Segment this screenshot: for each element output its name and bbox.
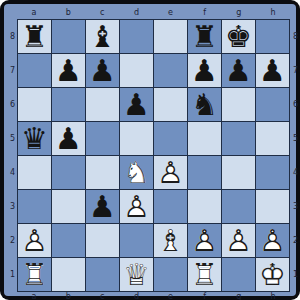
square-a5[interactable]: ♛	[18, 122, 51, 155]
piece-wP-fill: ♟	[188, 224, 221, 257]
piece-wK-fill: ♚	[256, 258, 289, 291]
piece-wP[interactable]: ♙	[188, 224, 221, 257]
rank-label: 4	[291, 156, 300, 190]
rank-label: 6	[291, 87, 300, 121]
piece-wR[interactable]: ♖	[188, 258, 221, 291]
piece-wP[interactable]: ♙	[120, 190, 153, 223]
square-h8[interactable]	[256, 20, 289, 53]
piece-wB[interactable]: ♗	[154, 224, 187, 257]
piece-bP[interactable]: ♟	[222, 54, 255, 87]
square-c4[interactable]	[86, 156, 119, 189]
rank-label: 5	[291, 121, 300, 155]
board-frame: abcdefgh abcdefgh 87654321 87654321 ♜♝♜♚…	[0, 0, 300, 300]
square-e6[interactable]	[154, 88, 187, 121]
square-f7[interactable]: ♟	[188, 54, 221, 87]
square-e4[interactable]: ♟♙	[154, 156, 187, 189]
piece-bP[interactable]: ♟	[52, 54, 85, 87]
piece-wP-fill: ♟	[120, 190, 153, 223]
piece-bP[interactable]: ♟	[256, 54, 289, 87]
square-f3[interactable]	[188, 190, 221, 223]
coordinate-band: abcdefgh abcdefgh 87654321 87654321 ♜♝♜♚…	[4, 4, 296, 296]
piece-wB-fill: ♝	[154, 224, 187, 257]
rank-label: 8	[8, 19, 17, 53]
square-g6[interactable]	[222, 88, 255, 121]
square-e5[interactable]	[154, 122, 187, 155]
piece-wP[interactable]: ♙	[222, 224, 255, 257]
rank-label: 6	[8, 87, 17, 121]
square-h7[interactable]: ♟	[256, 54, 289, 87]
piece-bR[interactable]: ♜	[188, 20, 221, 53]
file-label: d	[119, 292, 153, 300]
piece-wP[interactable]: ♙	[154, 156, 187, 189]
rank-label: 1	[8, 258, 17, 292]
piece-wQ[interactable]: ♕	[120, 258, 153, 291]
piece-bP[interactable]: ♟	[86, 54, 119, 87]
file-label: f	[188, 292, 222, 300]
piece-bB[interactable]: ♝	[86, 20, 119, 53]
piece-wR-fill: ♜	[18, 258, 51, 291]
square-d1[interactable]: ♛♕	[120, 258, 153, 291]
piece-wP-fill: ♟	[18, 224, 51, 257]
square-b3[interactable]	[52, 190, 85, 223]
square-a1[interactable]: ♜♖	[18, 258, 51, 291]
square-e2[interactable]: ♝♗	[154, 224, 187, 257]
left-rank-labels: 87654321	[8, 19, 17, 292]
square-b6[interactable]	[52, 88, 85, 121]
square-h2[interactable]: ♟♙	[256, 224, 289, 257]
square-g4[interactable]	[222, 156, 255, 189]
square-a4[interactable]	[18, 156, 51, 189]
square-c5[interactable]	[86, 122, 119, 155]
square-d7[interactable]	[120, 54, 153, 87]
rank-label: 7	[291, 53, 300, 87]
square-h1[interactable]: ♚♔	[256, 258, 289, 291]
square-f1[interactable]: ♜♖	[188, 258, 221, 291]
piece-bP[interactable]: ♟	[86, 190, 119, 223]
square-b7[interactable]: ♟	[52, 54, 85, 87]
file-label: e	[154, 292, 188, 300]
file-label: f	[188, 7, 222, 18]
file-label: b	[51, 7, 85, 18]
rank-label: 2	[291, 224, 300, 258]
rank-label: 3	[291, 190, 300, 224]
piece-wN[interactable]: ♘	[120, 156, 153, 189]
square-b1[interactable]	[52, 258, 85, 291]
piece-wP[interactable]: ♙	[256, 224, 289, 257]
square-g3[interactable]	[222, 190, 255, 223]
square-e8[interactable]	[154, 20, 187, 53]
square-d4[interactable]: ♞♘	[120, 156, 153, 189]
file-label: g	[222, 292, 256, 300]
square-e1[interactable]	[154, 258, 187, 291]
piece-bN[interactable]: ♞	[188, 88, 221, 121]
square-a3[interactable]	[18, 190, 51, 223]
square-c2[interactable]	[86, 224, 119, 257]
top-file-labels: abcdefgh	[17, 7, 290, 18]
piece-wP[interactable]: ♙	[18, 224, 51, 257]
square-h4[interactable]	[256, 156, 289, 189]
rank-label: 8	[291, 19, 300, 53]
square-h3[interactable]	[256, 190, 289, 223]
square-f6[interactable]: ♞	[188, 88, 221, 121]
file-label: a	[17, 292, 51, 300]
square-d8[interactable]	[120, 20, 153, 53]
square-h5[interactable]	[256, 122, 289, 155]
square-b8[interactable]	[52, 20, 85, 53]
rank-label: 4	[8, 156, 17, 190]
square-a7[interactable]	[18, 54, 51, 87]
square-d6[interactable]: ♟	[120, 88, 153, 121]
rank-label: 7	[8, 53, 17, 87]
square-a6[interactable]	[18, 88, 51, 121]
chess-board: ♜♝♜♚♟♟♟♟♟♟♞♛♟♞♘♟♙♟♟♙♟♙♝♗♟♙♟♙♟♙♜♖♛♕♜♖♚♔	[17, 19, 290, 292]
square-f8[interactable]: ♜	[188, 20, 221, 53]
square-g8[interactable]: ♚	[222, 20, 255, 53]
square-c8[interactable]: ♝	[86, 20, 119, 53]
bottom-file-labels: abcdefgh	[17, 292, 290, 300]
piece-bK[interactable]: ♚	[222, 20, 255, 53]
square-a2[interactable]: ♟♙	[18, 224, 51, 257]
square-b5[interactable]: ♟	[52, 122, 85, 155]
square-e7[interactable]	[154, 54, 187, 87]
piece-bP[interactable]: ♟	[52, 122, 85, 155]
piece-wR-fill: ♜	[188, 258, 221, 291]
piece-wQ-fill: ♛	[120, 258, 153, 291]
square-d3[interactable]: ♟♙	[120, 190, 153, 223]
square-b2[interactable]	[52, 224, 85, 257]
piece-wP-fill: ♟	[256, 224, 289, 257]
piece-wN-fill: ♞	[120, 156, 153, 189]
square-c6[interactable]	[86, 88, 119, 121]
piece-bR[interactable]: ♜	[18, 20, 51, 53]
square-d5[interactable]	[120, 122, 153, 155]
rank-label: 5	[8, 121, 17, 155]
square-c3[interactable]: ♟	[86, 190, 119, 223]
square-f5[interactable]	[188, 122, 221, 155]
rank-label: 2	[8, 224, 17, 258]
square-g7[interactable]: ♟	[222, 54, 255, 87]
file-label: h	[256, 292, 290, 300]
file-label: g	[222, 7, 256, 18]
file-label: b	[51, 292, 85, 300]
rank-label: 1	[291, 258, 300, 292]
piece-bP[interactable]: ♟	[188, 54, 221, 87]
square-g2[interactable]: ♟♙	[222, 224, 255, 257]
square-c7[interactable]: ♟	[86, 54, 119, 87]
piece-bQ[interactable]: ♛	[18, 122, 51, 155]
piece-wP-fill: ♟	[154, 156, 187, 189]
square-g1[interactable]	[222, 258, 255, 291]
square-d2[interactable]	[120, 224, 153, 257]
square-g5[interactable]	[222, 122, 255, 155]
square-e3[interactable]	[154, 190, 187, 223]
rank-label: 3	[8, 190, 17, 224]
file-label: d	[119, 7, 153, 18]
square-f4[interactable]	[188, 156, 221, 189]
square-f2[interactable]: ♟♙	[188, 224, 221, 257]
file-label: e	[154, 7, 188, 18]
file-label: c	[85, 292, 119, 300]
square-c1[interactable]	[86, 258, 119, 291]
file-label: c	[85, 7, 119, 18]
piece-wK[interactable]: ♔	[256, 258, 289, 291]
piece-wR[interactable]: ♖	[18, 258, 51, 291]
piece-bP[interactable]: ♟	[120, 88, 153, 121]
square-a8[interactable]: ♜	[18, 20, 51, 53]
square-b4[interactable]	[52, 156, 85, 189]
right-rank-labels: 87654321	[291, 19, 300, 292]
square-h6[interactable]	[256, 88, 289, 121]
piece-wP-fill: ♟	[222, 224, 255, 257]
file-label: h	[256, 7, 290, 18]
file-label: a	[17, 7, 51, 18]
